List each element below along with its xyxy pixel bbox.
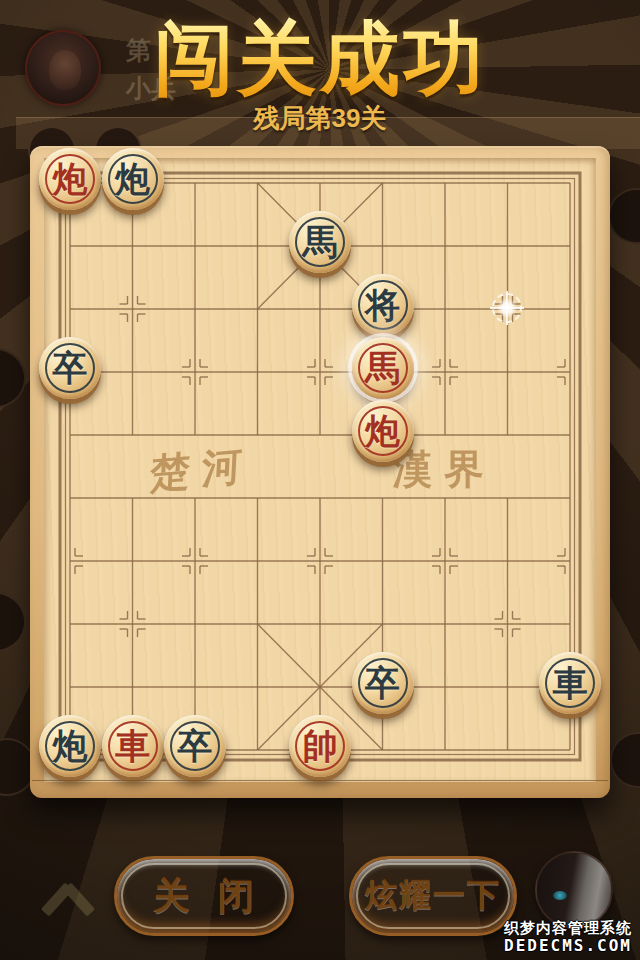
piece-glyph: 卒 (164, 715, 226, 777)
user-avatar (535, 851, 613, 929)
level-complete-screen: 第 小兵 闯关成功 残局第39关 楚河 漢界 炮炮馬将卒馬炮卒車炮車卒帥 关 闭… (0, 0, 640, 960)
piece-glyph: 帥 (289, 715, 351, 777)
piece-glyph: 卒 (39, 337, 101, 399)
board-field[interactable]: 楚河 漢界 炮炮馬将卒馬炮卒車炮車卒帥 (44, 158, 596, 782)
watermark-line1: 织梦内容管理系统 (504, 920, 632, 937)
board-piece-red-炮[interactable]: 炮 (39, 148, 101, 210)
board-piece-black-卒[interactable]: 卒 (164, 715, 226, 777)
sparkle-cursor (489, 290, 525, 326)
level-subtitle: 残局第39关 (0, 101, 640, 136)
watermark: 织梦内容管理系统 DEDECMS.COM (504, 920, 632, 956)
piece-glyph: 馬 (289, 211, 351, 273)
board-piece-red-馬[interactable]: 馬 (352, 337, 414, 399)
watermark-line2: DEDECMS.COM (504, 937, 632, 955)
river-label-left: 楚河 (149, 437, 256, 502)
background-logo-chevron-icon (40, 876, 96, 920)
board-piece-black-馬[interactable]: 馬 (289, 211, 351, 273)
board-piece-black-卒[interactable]: 卒 (39, 337, 101, 399)
board-piece-red-炮[interactable]: 炮 (352, 400, 414, 462)
piece-glyph: 馬 (352, 337, 414, 399)
piece-glyph: 炮 (39, 148, 101, 210)
close-button[interactable]: 关 闭 (114, 856, 294, 936)
piece-glyph: 卒 (352, 652, 414, 714)
piece-glyph: 車 (539, 652, 601, 714)
page-title: 闯关成功 (0, 6, 640, 114)
piece-glyph: 炮 (39, 715, 101, 777)
piece-glyph: 車 (102, 715, 164, 777)
board-piece-black-卒[interactable]: 卒 (352, 652, 414, 714)
board-piece-black-将[interactable]: 将 (352, 274, 414, 336)
show-off-button[interactable]: 炫耀一下 (349, 856, 517, 936)
board-piece-red-車[interactable]: 車 (102, 715, 164, 777)
board-piece-red-帥[interactable]: 帥 (289, 715, 351, 777)
piece-glyph: 炮 (102, 148, 164, 210)
board-piece-black-炮[interactable]: 炮 (102, 148, 164, 210)
piece-glyph: 炮 (352, 400, 414, 462)
xiangqi-board[interactable]: 楚河 漢界 炮炮馬将卒馬炮卒車炮車卒帥 (30, 146, 610, 798)
piece-glyph: 将 (352, 274, 414, 336)
board-piece-black-車[interactable]: 車 (539, 652, 601, 714)
board-piece-black-炮[interactable]: 炮 (39, 715, 101, 777)
